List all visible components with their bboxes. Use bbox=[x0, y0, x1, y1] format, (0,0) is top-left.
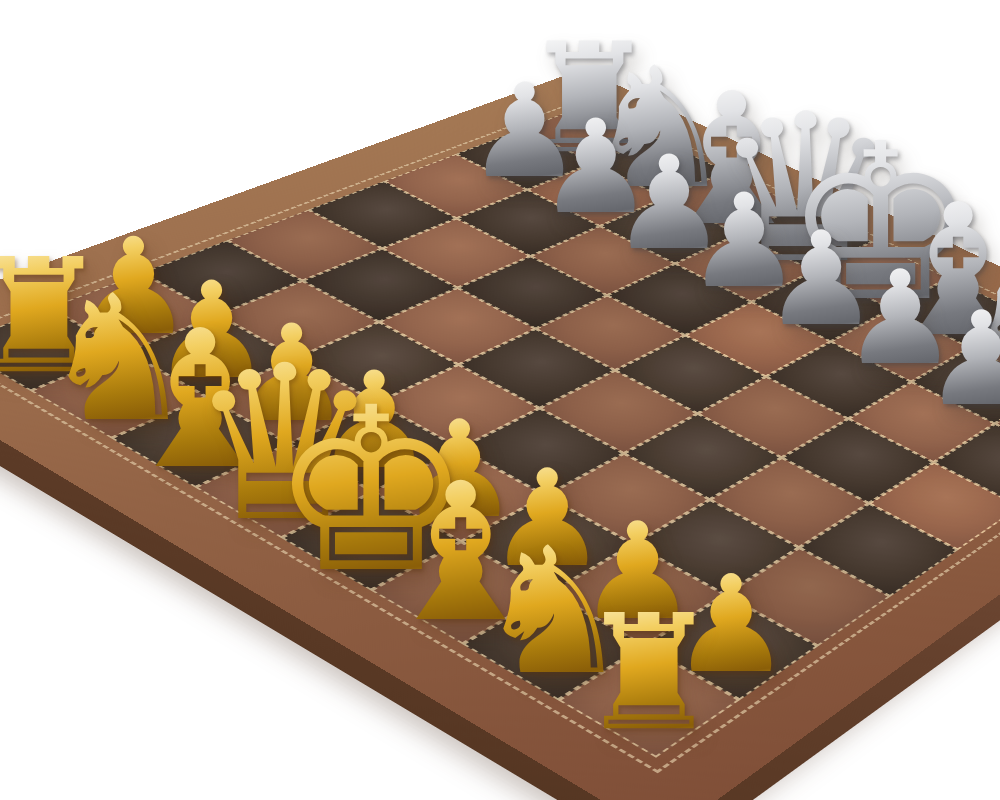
chess-board bbox=[0, 69, 1000, 800]
product-photo-scene: ♜♞♝♛♚♝♞♜♟♟♟♟♟♟♟♟♟♟♟♟♟♟♟♟♜♞♝♛♚♝♞♜ bbox=[0, 0, 1000, 800]
